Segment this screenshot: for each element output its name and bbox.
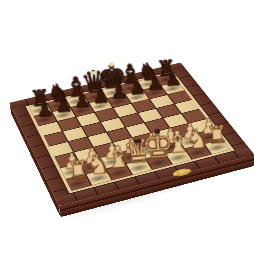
chess-board: ♜♞♝♛♚♝♞♜♟♟♟♟♟♟♟♟♟♟♟♟♟♟♟♟♜♞♝♛♚♝♞♜ (9, 63, 254, 206)
scene: ♜♞♝♛♚♝♞♜♟♟♟♟♟♟♟♟♟♟♟♟♟♟♟♟♜♞♝♛♚♝♞♜ (0, 0, 254, 254)
white-rook-piece: ♜ (53, 157, 102, 184)
scene-rotation: ♜♞♝♛♚♝♞♜♟♟♟♟♟♟♟♟♟♟♟♟♟♟♟♟♜♞♝♛♚♝♞♜ (0, 0, 254, 254)
product-photo: ♜♞♝♛♚♝♞♜♟♟♟♟♟♟♟♟♟♟♟♟♟♟♟♟♜♞♝♛♚♝♞♜ (0, 0, 254, 254)
black-pawn-piece: ♟ (22, 98, 66, 120)
